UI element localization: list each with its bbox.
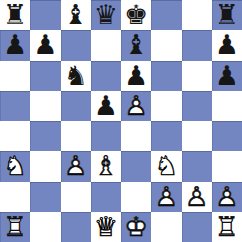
square-e6[interactable]: ♟ — [121, 61, 151, 91]
piece-black-bishop: ♝ — [121, 30, 151, 60]
square-f4[interactable] — [151, 121, 181, 151]
piece-white-king: ♔ — [121, 212, 151, 242]
square-g6[interactable] — [182, 61, 212, 91]
square-d4[interactable] — [91, 121, 121, 151]
square-c8[interactable]: ♝ — [61, 0, 91, 30]
square-a5[interactable] — [0, 91, 30, 121]
square-d5[interactable]: ♟ — [91, 91, 121, 121]
square-e1[interactable]: ♔ — [121, 212, 151, 242]
square-d1[interactable]: ♕ — [91, 212, 121, 242]
square-e5[interactable]: ♙ — [121, 91, 151, 121]
square-e2[interactable] — [121, 182, 151, 212]
square-a7[interactable]: ♟ — [0, 30, 30, 60]
square-g4[interactable] — [182, 121, 212, 151]
square-h1[interactable]: ♖ — [212, 212, 242, 242]
square-d7[interactable] — [91, 30, 121, 60]
square-g2[interactable]: ♙ — [182, 182, 212, 212]
square-f7[interactable] — [151, 30, 181, 60]
square-f8[interactable] — [151, 0, 181, 30]
square-g8[interactable] — [182, 0, 212, 30]
square-g1[interactable] — [182, 212, 212, 242]
square-g5[interactable] — [182, 91, 212, 121]
piece-black-bishop: ♝ — [61, 0, 91, 30]
piece-white-pawn: ♙ — [121, 91, 151, 121]
square-h7[interactable]: ♟ — [212, 30, 242, 60]
square-e4[interactable] — [121, 121, 151, 151]
piece-white-queen: ♕ — [91, 212, 121, 242]
square-a4[interactable] — [0, 121, 30, 151]
piece-black-knight: ♞ — [61, 61, 91, 91]
square-c7[interactable] — [61, 30, 91, 60]
piece-black-pawn: ♟ — [0, 30, 30, 60]
square-b8[interactable] — [30, 0, 60, 30]
square-f2[interactable]: ♙ — [151, 182, 181, 212]
square-h8[interactable]: ♜ — [212, 0, 242, 30]
square-b2[interactable] — [30, 182, 60, 212]
piece-black-king: ♚ — [121, 0, 151, 30]
piece-black-queen: ♛ — [91, 0, 121, 30]
square-f1[interactable] — [151, 212, 181, 242]
piece-black-pawn: ♟ — [91, 91, 121, 121]
square-e3[interactable] — [121, 151, 151, 181]
piece-white-bishop: ♗ — [91, 151, 121, 181]
square-c1[interactable] — [61, 212, 91, 242]
square-f6[interactable] — [151, 61, 181, 91]
square-c4[interactable] — [61, 121, 91, 151]
square-b4[interactable] — [30, 121, 60, 151]
square-h3[interactable] — [212, 151, 242, 181]
square-g7[interactable] — [182, 30, 212, 60]
square-a3[interactable]: ♘ — [0, 151, 30, 181]
piece-black-pawn: ♟ — [30, 30, 60, 60]
piece-white-pawn: ♙ — [151, 182, 181, 212]
square-d3[interactable]: ♗ — [91, 151, 121, 181]
square-h2[interactable]: ♙ — [212, 182, 242, 212]
square-b7[interactable]: ♟ — [30, 30, 60, 60]
square-b3[interactable] — [30, 151, 60, 181]
square-h6[interactable]: ♟ — [212, 61, 242, 91]
square-e7[interactable]: ♝ — [121, 30, 151, 60]
piece-black-rook: ♜ — [212, 0, 242, 30]
square-b5[interactable] — [30, 91, 60, 121]
square-f3[interactable]: ♘ — [151, 151, 181, 181]
square-c2[interactable] — [61, 182, 91, 212]
square-h5[interactable] — [212, 91, 242, 121]
piece-white-rook: ♖ — [0, 212, 30, 242]
square-d8[interactable]: ♛ — [91, 0, 121, 30]
piece-black-pawn: ♟ — [212, 61, 242, 91]
square-c3[interactable]: ♙ — [61, 151, 91, 181]
piece-black-rook: ♜ — [0, 0, 30, 30]
piece-white-pawn: ♙ — [61, 151, 91, 181]
square-d6[interactable] — [91, 61, 121, 91]
square-c5[interactable] — [61, 91, 91, 121]
square-c6[interactable]: ♞ — [61, 61, 91, 91]
piece-white-rook: ♖ — [212, 212, 242, 242]
square-b1[interactable] — [30, 212, 60, 242]
piece-white-knight: ♘ — [151, 151, 181, 181]
square-e8[interactable]: ♚ — [121, 0, 151, 30]
piece-white-pawn: ♙ — [212, 182, 242, 212]
square-b6[interactable] — [30, 61, 60, 91]
square-a8[interactable]: ♜ — [0, 0, 30, 30]
square-a6[interactable] — [0, 61, 30, 91]
square-d2[interactable] — [91, 182, 121, 212]
square-a2[interactable] — [0, 182, 30, 212]
square-h4[interactable] — [212, 121, 242, 151]
piece-black-pawn: ♟ — [212, 30, 242, 60]
square-g3[interactable] — [182, 151, 212, 181]
chess-board: ♜♝♛♚♜♟♟♝♟♞♟♟♟♙♘♙♗♘♙♙♙♖♕♔♖ — [0, 0, 242, 242]
square-f5[interactable] — [151, 91, 181, 121]
square-a1[interactable]: ♖ — [0, 212, 30, 242]
piece-white-knight: ♘ — [0, 151, 30, 181]
piece-black-pawn: ♟ — [121, 61, 151, 91]
piece-white-pawn: ♙ — [182, 182, 212, 212]
